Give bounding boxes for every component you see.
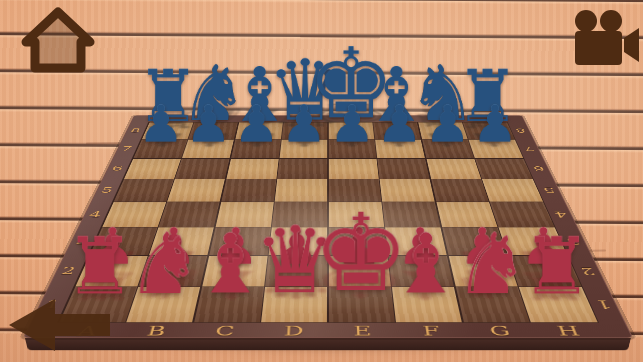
board-front-edge xyxy=(25,338,631,350)
square-a6[interactable] xyxy=(124,159,181,179)
piece-white-k-e1[interactable]: ♚ xyxy=(313,202,409,304)
piece-black-p-b7[interactable]: ♟ xyxy=(186,100,232,149)
piece-black-p-d7[interactable]: ♟ xyxy=(281,100,327,149)
square-a7[interactable]: ♟♟ xyxy=(133,140,187,158)
undo-button[interactable] xyxy=(6,296,114,354)
square-h6[interactable] xyxy=(475,159,532,179)
home-icon xyxy=(20,6,96,74)
piece-black-p-g7[interactable]: ♟ xyxy=(425,100,471,149)
square-b5[interactable] xyxy=(167,179,225,201)
file-label: C xyxy=(189,323,260,338)
file-label: G xyxy=(464,323,537,338)
piece-black-p-c7[interactable]: ♟ xyxy=(233,100,279,149)
square-e1[interactable]: ♚♚ xyxy=(329,287,395,322)
square-g1[interactable]: ♞♞ xyxy=(456,287,530,322)
square-f7[interactable]: ♟♟ xyxy=(375,140,425,158)
square-c7[interactable]: ♟♟ xyxy=(231,140,281,158)
file-label: B xyxy=(120,323,193,338)
piece-black-p-e7[interactable]: ♟ xyxy=(329,100,375,149)
home-button[interactable] xyxy=(20,6,96,74)
square-h5[interactable] xyxy=(482,179,542,201)
piece-black-p-f7[interactable]: ♟ xyxy=(377,100,423,149)
left-arrow-icon xyxy=(6,296,114,354)
square-c6[interactable] xyxy=(226,159,278,179)
square-g5[interactable] xyxy=(431,179,489,201)
square-b1[interactable]: ♞♞ xyxy=(126,287,200,322)
file-label: D xyxy=(259,323,328,338)
board-grid: ♜♜♞♞♝♝♛♛♚♚♝♝♞♞♜♜♟♟♟♟♟♟♟♟♟♟♟♟♟♟♟♟♟♟♟♟♟♟♟♟… xyxy=(57,122,599,323)
camera-button[interactable] xyxy=(568,8,640,72)
square-g6[interactable] xyxy=(426,159,481,179)
piece-white-n-g1[interactable]: ♞ xyxy=(454,224,530,304)
square-g7[interactable]: ♟♟ xyxy=(422,140,474,158)
file-label: F xyxy=(396,323,467,338)
square-b6[interactable] xyxy=(175,159,230,179)
square-h7[interactable]: ♟♟ xyxy=(469,140,523,158)
video-camera-icon xyxy=(568,8,640,72)
piece-white-r-a1[interactable]: ♜ xyxy=(64,230,134,304)
square-e6[interactable] xyxy=(329,159,379,179)
square-c5[interactable] xyxy=(221,179,276,201)
square-b7[interactable]: ♟♟ xyxy=(182,140,234,158)
square-e7[interactable]: ♟♟ xyxy=(329,140,377,158)
file-labels-bottom: ABCDEFGH xyxy=(50,323,606,338)
square-d7[interactable]: ♟♟ xyxy=(280,140,328,158)
square-a5[interactable] xyxy=(113,179,173,201)
square-f6[interactable] xyxy=(378,159,430,179)
chess-app-scene: ♜♜♞♞♝♝♛♛♚♚♝♝♞♞♜♜♟♟♟♟♟♟♟♟♟♟♟♟♟♟♟♟♟♟♟♟♟♟♟♟… xyxy=(0,0,643,362)
file-label: H xyxy=(531,323,606,338)
piece-black-p-a7[interactable]: ♟ xyxy=(138,100,184,149)
square-d6[interactable] xyxy=(277,159,327,179)
file-label: E xyxy=(328,323,397,338)
piece-white-n-b1[interactable]: ♞ xyxy=(127,224,203,304)
